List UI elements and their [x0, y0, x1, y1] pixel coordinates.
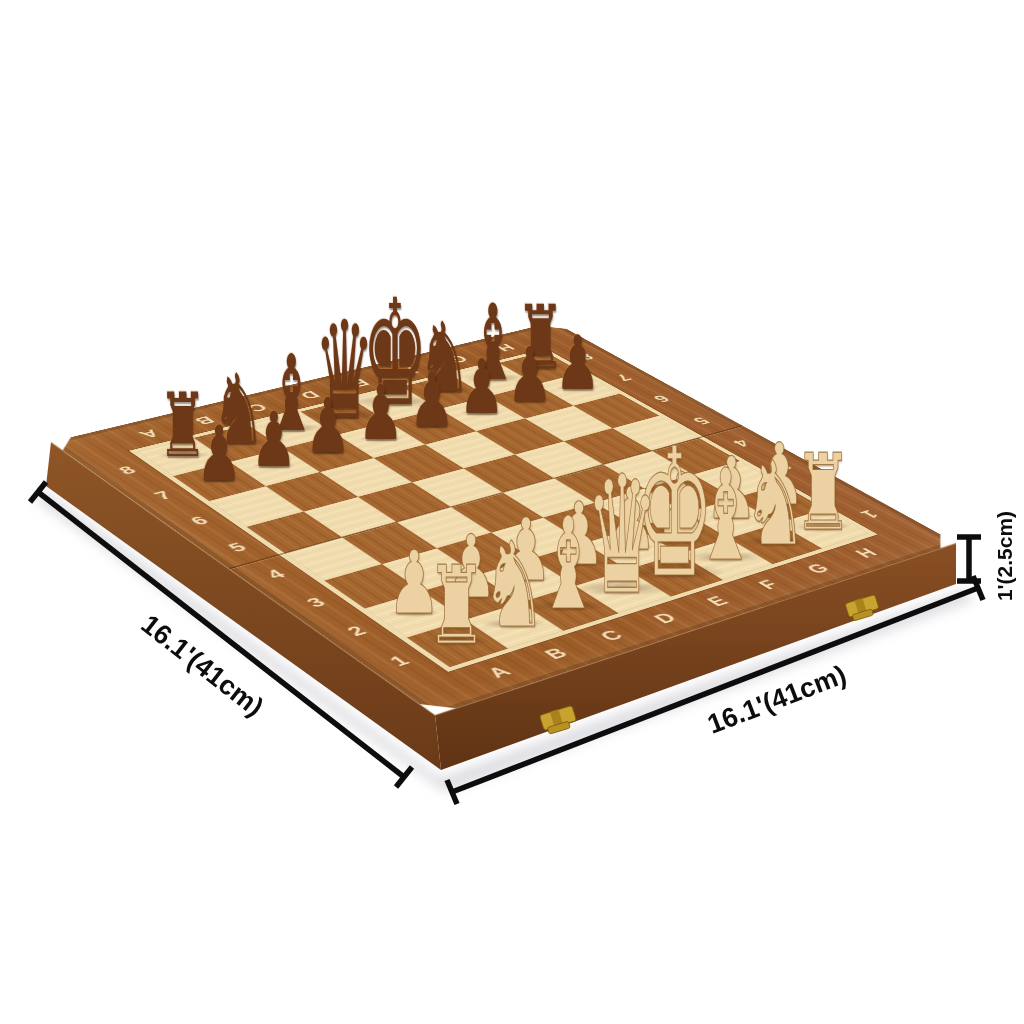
file-label-front-e: E: [702, 594, 734, 610]
file-label-front-d: D: [649, 610, 682, 626]
rank-label-left-6: 6: [186, 514, 214, 528]
rank-label-right-1: 1: [855, 507, 883, 520]
rank-label-left-4: 4: [262, 567, 291, 582]
rank-label-left-7: 7: [150, 489, 177, 503]
file-label-back-e: E: [346, 377, 373, 389]
product-photo-stage: AABBCCDDEEFFGGHH8877665544332211 ♜♞♝♛♚♞♝…: [0, 0, 1024, 1024]
file-label-front-g: G: [802, 561, 835, 577]
file-label-back-d: D: [295, 389, 324, 402]
file-label-front-c: C: [595, 627, 629, 644]
rank-label-right-6: 6: [648, 393, 674, 405]
file-label-front-h: H: [851, 546, 883, 561]
rank-label-right-3: 3: [769, 460, 796, 473]
file-label-back-b: B: [189, 414, 218, 427]
rank-label-left-5: 5: [224, 540, 252, 555]
dimension-label-thickness: 1'(2.5cm): [993, 511, 1017, 601]
rank-label-right-2: 2: [811, 483, 839, 496]
file-label-back-c: C: [243, 401, 272, 414]
file-label-front-f: F: [754, 577, 785, 592]
dimension-line-thickness: [957, 537, 981, 581]
rank-label-right-4: 4: [728, 437, 755, 449]
file-label-front-a: A: [483, 663, 517, 681]
file-label-back-a: A: [134, 427, 163, 440]
file-label-back-f: F: [396, 365, 422, 377]
rank-label-left-3: 3: [302, 595, 331, 611]
file-label-front-b: B: [540, 645, 574, 662]
file-label-back-h: H: [491, 342, 519, 354]
rank-label-right-8: 8: [573, 351, 598, 362]
rank-label-left-8: 8: [115, 464, 142, 477]
rank-label-left-2: 2: [343, 623, 373, 639]
rank-label-left-1: 1: [385, 653, 416, 670]
file-label-back-g: G: [443, 353, 472, 365]
rank-label-right-7: 7: [610, 372, 636, 383]
rank-label-right-5: 5: [687, 415, 713, 427]
